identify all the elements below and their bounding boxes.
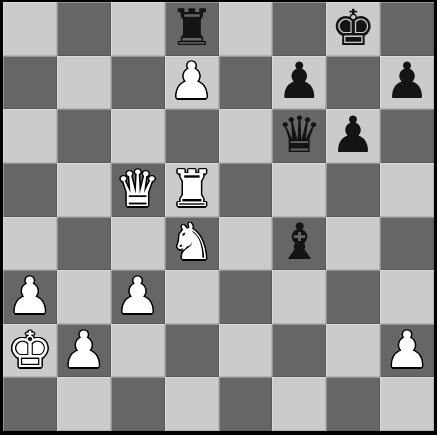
square-h3[interactable] — [380, 270, 434, 324]
square-e4[interactable] — [219, 217, 273, 271]
square-a3[interactable]: ♟ — [3, 270, 57, 324]
square-d1[interactable] — [165, 377, 219, 431]
square-g1[interactable] — [326, 377, 380, 431]
square-e1[interactable] — [219, 377, 273, 431]
white-knight[interactable]: ♞ — [169, 217, 214, 267]
square-c6[interactable] — [111, 109, 165, 163]
square-c8[interactable] — [111, 2, 165, 56]
square-a4[interactable] — [3, 217, 57, 271]
white-pawn[interactable]: ♟ — [169, 56, 214, 106]
chess-board: ♜♚♟♟♟♛♟♛♜♞♝♟♟♚♟♟ — [3, 2, 434, 431]
square-f4[interactable]: ♝ — [272, 217, 326, 271]
board-frame: ♜♚♟♟♟♛♟♛♜♞♝♟♟♚♟♟ — [0, 0, 437, 435]
square-b7[interactable] — [57, 56, 111, 110]
square-g7[interactable] — [326, 56, 380, 110]
black-pawn[interactable]: ♟ — [385, 56, 430, 106]
square-f1[interactable] — [272, 377, 326, 431]
square-f8[interactable] — [272, 2, 326, 56]
square-g3[interactable] — [326, 270, 380, 324]
square-d5[interactable]: ♜ — [165, 163, 219, 217]
square-h8[interactable] — [380, 2, 434, 56]
white-queen[interactable]: ♛ — [115, 164, 160, 214]
black-pawn[interactable]: ♟ — [331, 110, 376, 160]
square-h5[interactable] — [380, 163, 434, 217]
square-d6[interactable] — [165, 109, 219, 163]
black-pawn[interactable]: ♟ — [277, 56, 322, 106]
square-e6[interactable] — [219, 109, 273, 163]
square-b1[interactable] — [57, 377, 111, 431]
square-g5[interactable] — [326, 163, 380, 217]
square-d4[interactable]: ♞ — [165, 217, 219, 271]
square-c5[interactable]: ♛ — [111, 163, 165, 217]
square-g8[interactable]: ♚ — [326, 2, 380, 56]
square-b3[interactable] — [57, 270, 111, 324]
square-d2[interactable] — [165, 324, 219, 378]
square-c1[interactable] — [111, 377, 165, 431]
square-h1[interactable] — [380, 377, 434, 431]
square-a6[interactable] — [3, 109, 57, 163]
black-bishop[interactable]: ♝ — [277, 217, 322, 267]
white-pawn[interactable]: ♟ — [385, 325, 430, 375]
square-b4[interactable] — [57, 217, 111, 271]
white-king[interactable]: ♚ — [8, 325, 53, 375]
square-h7[interactable]: ♟ — [380, 56, 434, 110]
square-b8[interactable] — [57, 2, 111, 56]
square-e7[interactable] — [219, 56, 273, 110]
black-queen[interactable]: ♛ — [277, 110, 322, 160]
square-e3[interactable] — [219, 270, 273, 324]
square-f6[interactable]: ♛ — [272, 109, 326, 163]
white-rook[interactable]: ♜ — [169, 164, 214, 214]
square-d3[interactable] — [165, 270, 219, 324]
square-h6[interactable] — [380, 109, 434, 163]
square-f7[interactable]: ♟ — [272, 56, 326, 110]
square-b5[interactable] — [57, 163, 111, 217]
black-rook[interactable]: ♜ — [169, 3, 214, 53]
square-e2[interactable] — [219, 324, 273, 378]
square-c7[interactable] — [111, 56, 165, 110]
white-pawn[interactable]: ♟ — [115, 271, 160, 321]
square-f5[interactable] — [272, 163, 326, 217]
square-h2[interactable]: ♟ — [380, 324, 434, 378]
square-b6[interactable] — [57, 109, 111, 163]
square-a1[interactable] — [3, 377, 57, 431]
square-a2[interactable]: ♚ — [3, 324, 57, 378]
square-f2[interactable] — [272, 324, 326, 378]
square-g2[interactable] — [326, 324, 380, 378]
white-pawn[interactable]: ♟ — [61, 325, 106, 375]
square-a7[interactable] — [3, 56, 57, 110]
black-king[interactable]: ♚ — [331, 3, 376, 53]
square-e8[interactable] — [219, 2, 273, 56]
square-c2[interactable] — [111, 324, 165, 378]
square-b2[interactable]: ♟ — [57, 324, 111, 378]
square-e5[interactable] — [219, 163, 273, 217]
square-f3[interactable] — [272, 270, 326, 324]
square-c3[interactable]: ♟ — [111, 270, 165, 324]
square-d8[interactable]: ♜ — [165, 2, 219, 56]
square-c4[interactable] — [111, 217, 165, 271]
white-pawn[interactable]: ♟ — [8, 271, 53, 321]
square-a5[interactable] — [3, 163, 57, 217]
square-g4[interactable] — [326, 217, 380, 271]
square-d7[interactable]: ♟ — [165, 56, 219, 110]
square-g6[interactable]: ♟ — [326, 109, 380, 163]
square-a8[interactable] — [3, 2, 57, 56]
square-h4[interactable] — [380, 217, 434, 271]
